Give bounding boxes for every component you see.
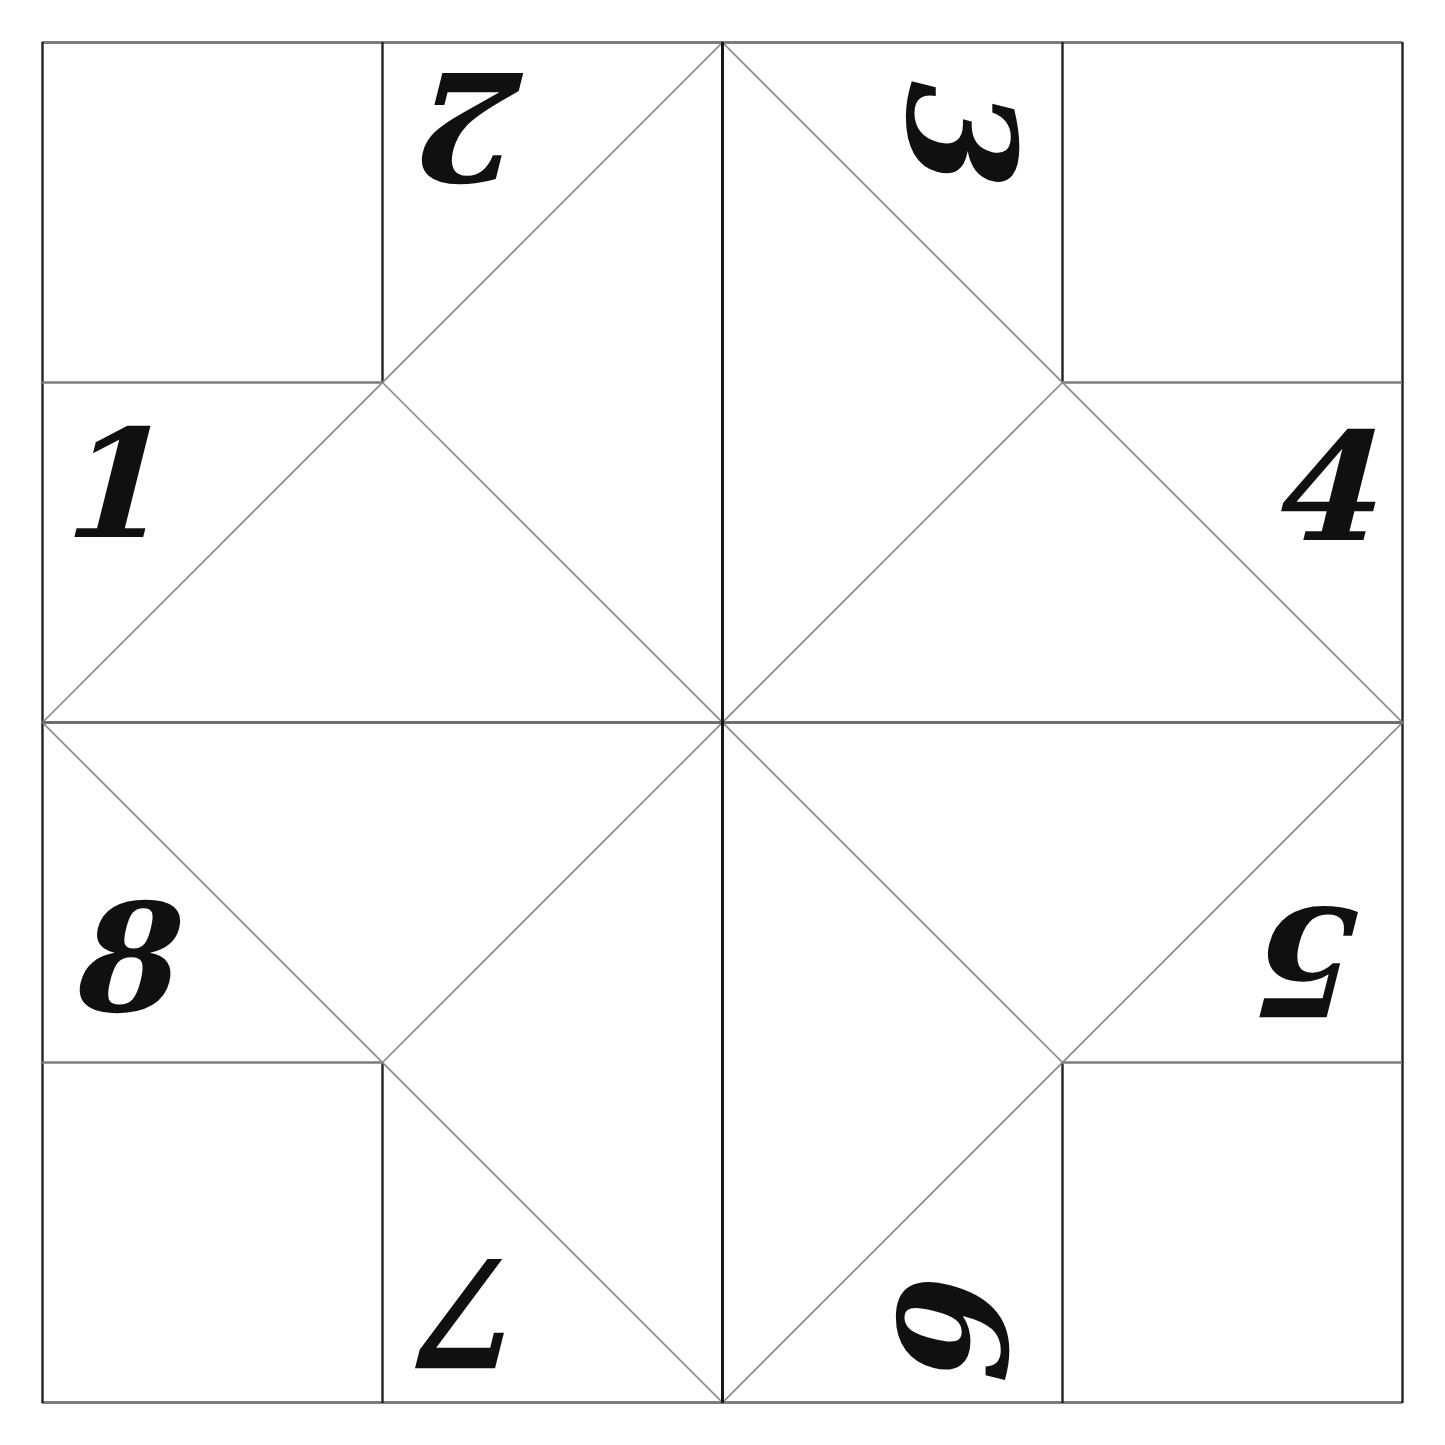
flap-number-8: 8 <box>66 883 170 1033</box>
flap-number-5: 5 <box>1267 886 1371 1036</box>
flap-number-1: 1 <box>54 409 158 559</box>
fortune-teller-template: 1 2 3 4 5 6 7 8 <box>0 0 1445 1445</box>
flap-number-6: 6 <box>876 1263 1026 1367</box>
flap-number-2: 2 <box>429 51 533 201</box>
flap-number-7: 7 <box>430 1237 534 1387</box>
flap-number-3: 3 <box>886 70 1036 174</box>
flap-number-4: 4 <box>1268 412 1372 562</box>
fold-lines-drawing <box>0 0 1445 1445</box>
